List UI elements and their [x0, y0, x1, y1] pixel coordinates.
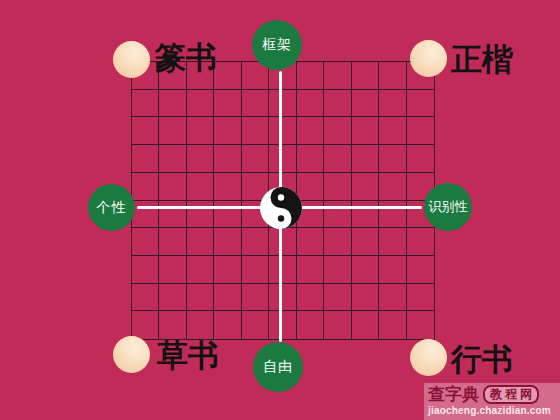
board-cell: [324, 256, 351, 284]
go-stone-bottom-right: [410, 339, 447, 376]
board-cell: [187, 117, 214, 145]
board-cell: [407, 256, 434, 284]
board-cell: [242, 90, 269, 118]
board-cell: [159, 228, 186, 256]
board-cell: [187, 173, 214, 201]
board-cell: [269, 117, 296, 145]
watermark-badge: 教程网: [483, 385, 539, 404]
board-cell: [214, 173, 241, 201]
board-cell: [187, 311, 214, 339]
board-cell: [269, 90, 296, 118]
board-cell: [159, 256, 186, 284]
board-cell: [214, 117, 241, 145]
board-cell: [352, 228, 379, 256]
board-cell: [297, 284, 324, 312]
board-cell: [379, 173, 406, 201]
board-cell: [132, 90, 159, 118]
board-cell: [269, 145, 296, 173]
board-cell: [352, 256, 379, 284]
board-cell: [214, 90, 241, 118]
axis-node-bottom-label: 自由: [263, 358, 293, 376]
board-cell: [407, 228, 434, 256]
board-cell: [214, 311, 241, 339]
board-cell: [379, 117, 406, 145]
board-cell: [132, 145, 159, 173]
go-stone-top-right: [410, 40, 447, 77]
axis-node-top-label: 框架: [262, 36, 292, 54]
board-cell: [242, 145, 269, 173]
board-cell: [352, 284, 379, 312]
corner-label-seal-script: 篆书: [155, 42, 217, 73]
board-cell: [407, 90, 434, 118]
board-cell: [269, 228, 296, 256]
board-cell: [159, 284, 186, 312]
board-cell: [379, 228, 406, 256]
board-cell: [379, 62, 406, 90]
axis-node-right-label: 识别性: [429, 198, 468, 216]
watermark-row: 查字典 教程网: [428, 385, 560, 404]
board-cell: [324, 228, 351, 256]
board-cell: [159, 145, 186, 173]
board-cell: [324, 173, 351, 201]
board-cell: [214, 145, 241, 173]
board-cell: [324, 311, 351, 339]
diagram-stage: 框架 自由 个性 识别性 篆书 正楷 草书 行书 查字典 教程网 jiaoche…: [0, 0, 560, 420]
board-cell: [352, 90, 379, 118]
board-cell: [407, 145, 434, 173]
board-cell: [187, 228, 214, 256]
axis-node-bottom: 自由: [253, 342, 303, 392]
board-cell: [187, 201, 214, 229]
board-cell: [187, 256, 214, 284]
board-cell: [379, 90, 406, 118]
board-cell: [269, 256, 296, 284]
watermark-panel: 查字典 教程网 jiaocheng.chazidian.com: [424, 383, 560, 420]
board-cell: [159, 311, 186, 339]
go-stone-bottom-left: [113, 336, 150, 373]
board-cell: [352, 145, 379, 173]
board-cell: [187, 90, 214, 118]
board-cell: [242, 228, 269, 256]
board-cell: [407, 311, 434, 339]
board-cell: [159, 90, 186, 118]
board-cell: [297, 311, 324, 339]
corner-label-cursive-script: 草书: [157, 340, 219, 371]
board-cell: [132, 284, 159, 312]
board-cell: [324, 62, 351, 90]
yin-yang-icon: [259, 186, 303, 230]
board-cell: [159, 117, 186, 145]
axis-node-left-label: 个性: [97, 199, 127, 217]
board-cell: [242, 256, 269, 284]
board-cell: [324, 201, 351, 229]
board-cell: [187, 284, 214, 312]
board-cell: [324, 284, 351, 312]
board-cell: [352, 173, 379, 201]
board-cell: [379, 201, 406, 229]
board-cell: [242, 117, 269, 145]
board-cell: [407, 117, 434, 145]
axis-node-left: 个性: [88, 184, 135, 231]
watermark-url: jiaocheng.chazidian.com: [428, 405, 560, 416]
board-cell: [159, 173, 186, 201]
axis-node-right: 识别性: [424, 183, 472, 231]
board-cell: [214, 228, 241, 256]
board-cell: [297, 228, 324, 256]
board-cell: [379, 311, 406, 339]
board-cell: [187, 145, 214, 173]
corner-label-regular-script: 正楷: [451, 44, 513, 75]
board-cell: [214, 256, 241, 284]
board-cell: [297, 117, 324, 145]
board-cell: [352, 62, 379, 90]
board-cell: [132, 201, 159, 229]
board-cell: [214, 201, 241, 229]
board-cell: [352, 311, 379, 339]
watermark-brand: 查字典: [428, 385, 479, 404]
board-cell: [352, 201, 379, 229]
board-cell: [297, 90, 324, 118]
board-cell: [269, 284, 296, 312]
board-cell: [214, 62, 241, 90]
board-cell: [324, 117, 351, 145]
board-cell: [324, 145, 351, 173]
board-cell: [324, 90, 351, 118]
axis-node-top: 框架: [252, 20, 302, 70]
board-cell: [132, 117, 159, 145]
board-cell: [379, 284, 406, 312]
board-cell: [159, 201, 186, 229]
board-cell: [297, 256, 324, 284]
board-cell: [132, 256, 159, 284]
board-cell: [352, 117, 379, 145]
corner-label-running-script: 行书: [451, 344, 513, 375]
board-cell: [379, 145, 406, 173]
go-stone-top-left: [113, 41, 150, 78]
board-cell: [242, 284, 269, 312]
board-cell: [407, 284, 434, 312]
board-cell: [297, 62, 324, 90]
board-cell: [132, 228, 159, 256]
board-cell: [132, 173, 159, 201]
board-cell: [242, 311, 269, 339]
board-cell: [132, 311, 159, 339]
board-cell: [214, 284, 241, 312]
board-cell: [379, 256, 406, 284]
board-cell: [297, 145, 324, 173]
board-cell: [269, 311, 296, 339]
